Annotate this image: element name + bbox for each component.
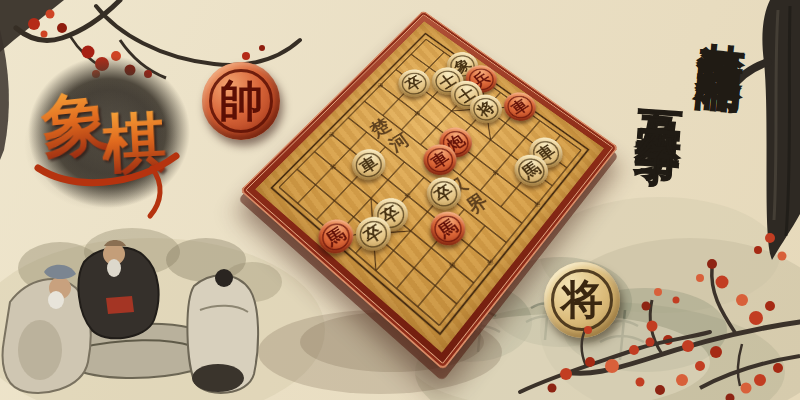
general-glyph: 将 — [561, 272, 603, 328]
piece-glyph: 卒 — [430, 179, 458, 207]
general-piece[interactable]: 将 — [544, 262, 620, 338]
calligraphy-right-column: 楚河汉界相隔 — [701, 4, 750, 38]
sage-right — [187, 269, 258, 393]
marshal-piece[interactable]: 帥 — [202, 62, 280, 140]
piece-glyph: 卒 — [401, 71, 427, 95]
piece-glyph: 将 — [472, 96, 499, 121]
piece-glyph: 車 — [355, 151, 382, 178]
calligraphy-left-column: 万马千军纷争 — [639, 74, 686, 113]
piece-glyph: 馬 — [434, 214, 463, 243]
logo-char-qi: 棋 — [100, 98, 168, 188]
piece-glyph: 馬 — [322, 222, 350, 252]
piece-glyph: 車 — [506, 94, 533, 119]
piece-glyph: 馬 — [517, 157, 545, 184]
banner: 象 棋 ※※※※※※※※※※※※※※楚河汉界象兵車士士将車卒馬炮車卒車馬卒卒馬 … — [0, 0, 800, 400]
sages-painting — [0, 228, 325, 400]
marshal-glyph: 帥 — [219, 72, 263, 131]
piece-glyph: 車 — [426, 146, 454, 173]
piece-glyph: 卒 — [359, 219, 388, 249]
